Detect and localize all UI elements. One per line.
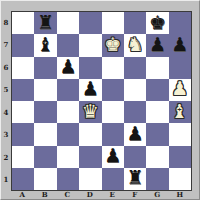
file-label-h: H bbox=[169, 190, 192, 200]
rank-label-4: 4 bbox=[1, 101, 11, 124]
square-e8[interactable] bbox=[102, 12, 124, 34]
square-e2[interactable]: ♟ bbox=[102, 146, 124, 168]
rank-label-1: 1 bbox=[1, 169, 11, 192]
square-a4[interactable] bbox=[12, 101, 34, 123]
rank-label-6: 6 bbox=[1, 56, 11, 79]
black-pawn-d5[interactable]: ♟ bbox=[82, 79, 99, 98]
black-king-g8[interactable]: ♚ bbox=[149, 13, 166, 32]
file-label-d: D bbox=[79, 190, 102, 200]
square-c5[interactable] bbox=[57, 79, 79, 101]
file-label-f: F bbox=[124, 190, 147, 200]
square-b8[interactable]: ♜ bbox=[34, 12, 56, 34]
square-a5[interactable] bbox=[12, 79, 34, 101]
square-c6[interactable]: ♟ bbox=[57, 57, 79, 79]
rank-label-3: 3 bbox=[1, 124, 11, 147]
square-d3[interactable] bbox=[79, 123, 101, 145]
square-c3[interactable] bbox=[57, 123, 79, 145]
square-g6[interactable] bbox=[146, 57, 168, 79]
square-d8[interactable] bbox=[79, 12, 101, 34]
file-label-g: G bbox=[146, 190, 169, 200]
square-g8[interactable]: ♚ bbox=[146, 12, 168, 34]
square-d4[interactable]: ♛ bbox=[79, 101, 101, 123]
square-h6[interactable] bbox=[169, 57, 191, 79]
square-c4[interactable] bbox=[57, 101, 79, 123]
square-g1[interactable] bbox=[146, 168, 168, 190]
square-g3[interactable] bbox=[146, 123, 168, 145]
square-c2[interactable] bbox=[57, 146, 79, 168]
black-bishop-b7[interactable]: ♝ bbox=[37, 35, 54, 54]
white-bishop-h4[interactable]: ♝ bbox=[171, 102, 188, 121]
square-f2[interactable] bbox=[124, 146, 146, 168]
white-pawn-h5[interactable]: ♟ bbox=[171, 79, 188, 98]
black-pawn-g7[interactable]: ♟ bbox=[149, 35, 166, 54]
square-h5[interactable]: ♟ bbox=[169, 79, 191, 101]
square-b6[interactable] bbox=[34, 57, 56, 79]
board-frame: 87654321 ♜♚♝♚♞♟♟♟♟♟♛♝♟♟♜ ABCDEFGH bbox=[0, 0, 200, 200]
square-b4[interactable] bbox=[34, 101, 56, 123]
square-b5[interactable] bbox=[34, 79, 56, 101]
square-d7[interactable] bbox=[79, 34, 101, 56]
white-knight-f7[interactable]: ♞ bbox=[127, 35, 144, 54]
rank-labels: 87654321 bbox=[1, 11, 11, 191]
square-d2[interactable] bbox=[79, 146, 101, 168]
square-b1[interactable] bbox=[34, 168, 56, 190]
square-a8[interactable] bbox=[12, 12, 34, 34]
square-e3[interactable] bbox=[102, 123, 124, 145]
square-c1[interactable] bbox=[57, 168, 79, 190]
square-f5[interactable] bbox=[124, 79, 146, 101]
square-g2[interactable] bbox=[146, 146, 168, 168]
square-h4[interactable]: ♝ bbox=[169, 101, 191, 123]
square-h3[interactable] bbox=[169, 123, 191, 145]
square-h8[interactable] bbox=[169, 12, 191, 34]
square-e6[interactable] bbox=[102, 57, 124, 79]
square-g4[interactable] bbox=[146, 101, 168, 123]
square-e4[interactable] bbox=[102, 101, 124, 123]
square-f8[interactable] bbox=[124, 12, 146, 34]
square-d1[interactable] bbox=[79, 168, 101, 190]
black-pawn-c6[interactable]: ♟ bbox=[59, 57, 76, 76]
black-pawn-h7[interactable]: ♟ bbox=[171, 35, 188, 54]
square-a3[interactable] bbox=[12, 123, 34, 145]
white-queen-d4[interactable]: ♛ bbox=[82, 102, 99, 121]
file-label-b: B bbox=[34, 190, 57, 200]
rank-label-2: 2 bbox=[1, 146, 11, 169]
square-g7[interactable]: ♟ bbox=[146, 34, 168, 56]
file-label-c: C bbox=[56, 190, 79, 200]
square-f6[interactable] bbox=[124, 57, 146, 79]
square-f3[interactable]: ♟ bbox=[124, 123, 146, 145]
black-rook-b8[interactable]: ♜ bbox=[37, 13, 54, 32]
square-a1[interactable] bbox=[12, 168, 34, 190]
square-f1[interactable]: ♜ bbox=[124, 168, 146, 190]
square-h1[interactable] bbox=[169, 168, 191, 190]
black-rook-f1[interactable]: ♜ bbox=[127, 168, 144, 187]
square-e1[interactable] bbox=[102, 168, 124, 190]
square-b7[interactable]: ♝ bbox=[34, 34, 56, 56]
square-b2[interactable] bbox=[34, 146, 56, 168]
rank-label-7: 7 bbox=[1, 34, 11, 57]
white-king-e7[interactable]: ♚ bbox=[104, 35, 121, 54]
square-a6[interactable] bbox=[12, 57, 34, 79]
square-g5[interactable] bbox=[146, 79, 168, 101]
square-b3[interactable] bbox=[34, 123, 56, 145]
file-labels: ABCDEFGH bbox=[11, 190, 191, 200]
chess-board: ♜♚♝♚♞♟♟♟♟♟♛♝♟♟♜ bbox=[11, 11, 192, 191]
square-c7[interactable] bbox=[57, 34, 79, 56]
rank-label-5: 5 bbox=[1, 79, 11, 102]
square-c8[interactable] bbox=[57, 12, 79, 34]
file-label-a: A bbox=[11, 190, 34, 200]
square-a2[interactable] bbox=[12, 146, 34, 168]
square-e5[interactable] bbox=[102, 79, 124, 101]
black-pawn-e2[interactable]: ♟ bbox=[104, 146, 121, 165]
black-pawn-f3[interactable]: ♟ bbox=[127, 124, 144, 143]
rank-label-8: 8 bbox=[1, 11, 11, 34]
square-h7[interactable]: ♟ bbox=[169, 34, 191, 56]
square-f7[interactable]: ♞ bbox=[124, 34, 146, 56]
square-d5[interactable]: ♟ bbox=[79, 79, 101, 101]
square-d6[interactable] bbox=[79, 57, 101, 79]
square-h2[interactable] bbox=[169, 146, 191, 168]
square-f4[interactable] bbox=[124, 101, 146, 123]
file-label-e: E bbox=[101, 190, 124, 200]
square-e7[interactable]: ♚ bbox=[102, 34, 124, 56]
square-a7[interactable] bbox=[12, 34, 34, 56]
